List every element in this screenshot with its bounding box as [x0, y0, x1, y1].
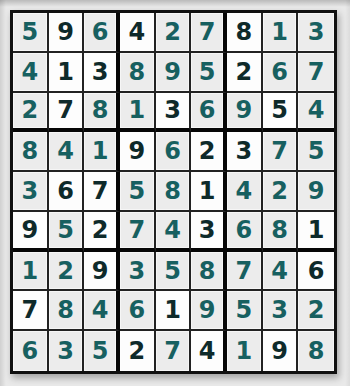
sudoku-cell-r2c7[interactable]: 2: [227, 53, 263, 93]
sudoku-cell-r1c2[interactable]: 9: [49, 13, 85, 53]
sudoku-cell-r2c3[interactable]: 3: [84, 53, 120, 93]
sudoku-cell-r2c1[interactable]: 4: [13, 53, 49, 93]
sudoku-cell-r8c8[interactable]: 3: [263, 291, 299, 331]
sudoku-cell-r6c3[interactable]: 2: [84, 212, 120, 252]
sudoku-cell-r9c5[interactable]: 7: [156, 331, 192, 371]
sudoku-cell-r6c9[interactable]: 1: [298, 212, 334, 252]
sudoku-cell-r8c1[interactable]: 7: [13, 291, 49, 331]
sudoku-cell-r3c7[interactable]: 9: [227, 93, 263, 133]
sudoku-cell-r3c1[interactable]: 2: [13, 93, 49, 133]
sudoku-cell-r9c8[interactable]: 9: [263, 331, 299, 371]
sudoku-cell-r4c8[interactable]: 7: [263, 132, 299, 172]
sudoku-cell-r9c3[interactable]: 5: [84, 331, 120, 371]
sudoku-cell-r6c8[interactable]: 8: [263, 212, 299, 252]
sudoku-cell-r5c1[interactable]: 3: [13, 172, 49, 212]
sudoku-cell-r2c9[interactable]: 7: [298, 53, 334, 93]
sudoku-cell-r6c6[interactable]: 3: [191, 212, 227, 252]
sudoku-cell-r7c7[interactable]: 7: [227, 252, 263, 292]
sudoku-board: 5964278134138952672781369548419623753675…: [10, 10, 337, 374]
sudoku-cell-r7c1[interactable]: 1: [13, 252, 49, 292]
sudoku-cell-r4c9[interactable]: 5: [298, 132, 334, 172]
sudoku-cell-r9c4[interactable]: 2: [120, 331, 156, 371]
sudoku-cell-r1c3[interactable]: 6: [84, 13, 120, 53]
sudoku-cell-r4c7[interactable]: 3: [227, 132, 263, 172]
sudoku-cell-r3c6[interactable]: 6: [191, 93, 227, 133]
sudoku-cell-r6c5[interactable]: 4: [156, 212, 192, 252]
sudoku-cell-r9c9[interactable]: 8: [298, 331, 334, 371]
sudoku-cell-r8c3[interactable]: 4: [84, 291, 120, 331]
sudoku-cell-r9c6[interactable]: 4: [191, 331, 227, 371]
sudoku-cell-r3c3[interactable]: 8: [84, 93, 120, 133]
sudoku-cell-r5c6[interactable]: 1: [191, 172, 227, 212]
sudoku-cell-r2c8[interactable]: 6: [263, 53, 299, 93]
sudoku-cell-r5c2[interactable]: 6: [49, 172, 85, 212]
sudoku-cell-r5c5[interactable]: 8: [156, 172, 192, 212]
sudoku-cell-r3c8[interactable]: 5: [263, 93, 299, 133]
sudoku-cell-r8c9[interactable]: 2: [298, 291, 334, 331]
sudoku-cell-r2c6[interactable]: 5: [191, 53, 227, 93]
sudoku-cell-r2c4[interactable]: 8: [120, 53, 156, 93]
sudoku-cell-r8c2[interactable]: 8: [49, 291, 85, 331]
sudoku-cell-r6c2[interactable]: 5: [49, 212, 85, 252]
sudoku-cell-r4c4[interactable]: 9: [120, 132, 156, 172]
sudoku-cell-r9c7[interactable]: 1: [227, 331, 263, 371]
sudoku-cell-r7c3[interactable]: 9: [84, 252, 120, 292]
sudoku-cell-r6c4[interactable]: 7: [120, 212, 156, 252]
sudoku-cell-r3c5[interactable]: 3: [156, 93, 192, 133]
sudoku-cell-r1c6[interactable]: 7: [191, 13, 227, 53]
sudoku-cell-r6c1[interactable]: 9: [13, 212, 49, 252]
sudoku-cell-r6c7[interactable]: 6: [227, 212, 263, 252]
sudoku-cell-r1c1[interactable]: 5: [13, 13, 49, 53]
sudoku-cell-r3c9[interactable]: 4: [298, 93, 334, 133]
sudoku-cell-r5c7[interactable]: 4: [227, 172, 263, 212]
sudoku-cell-r4c5[interactable]: 6: [156, 132, 192, 172]
sudoku-cell-r7c2[interactable]: 2: [49, 252, 85, 292]
sudoku-cell-r2c5[interactable]: 9: [156, 53, 192, 93]
sudoku-cell-r3c4[interactable]: 1: [120, 93, 156, 133]
sudoku-cell-r4c3[interactable]: 1: [84, 132, 120, 172]
sudoku-cell-r7c6[interactable]: 8: [191, 252, 227, 292]
sudoku-cell-r8c6[interactable]: 9: [191, 291, 227, 331]
sudoku-cell-r8c4[interactable]: 6: [120, 291, 156, 331]
sudoku-cell-r4c2[interactable]: 4: [49, 132, 85, 172]
sudoku-cell-r4c1[interactable]: 8: [13, 132, 49, 172]
sudoku-cell-r1c5[interactable]: 2: [156, 13, 192, 53]
sudoku-cell-r7c5[interactable]: 5: [156, 252, 192, 292]
sudoku-cell-r7c4[interactable]: 3: [120, 252, 156, 292]
sudoku-cell-r1c7[interactable]: 8: [227, 13, 263, 53]
sudoku-cell-r8c5[interactable]: 1: [156, 291, 192, 331]
sudoku-cell-r2c2[interactable]: 1: [49, 53, 85, 93]
sudoku-cell-r8c7[interactable]: 5: [227, 291, 263, 331]
sudoku-cell-r7c9[interactable]: 6: [298, 252, 334, 292]
sudoku-cell-r7c8[interactable]: 4: [263, 252, 299, 292]
sudoku-cell-r9c2[interactable]: 3: [49, 331, 85, 371]
sudoku-cell-r5c9[interactable]: 9: [298, 172, 334, 212]
sudoku-cell-r5c8[interactable]: 2: [263, 172, 299, 212]
sudoku-cell-r5c4[interactable]: 5: [120, 172, 156, 212]
sudoku-cell-r3c2[interactable]: 7: [49, 93, 85, 133]
sudoku-cell-r1c9[interactable]: 3: [298, 13, 334, 53]
sudoku-cell-r9c1[interactable]: 6: [13, 331, 49, 371]
sudoku-cell-r1c8[interactable]: 1: [263, 13, 299, 53]
sudoku-cell-r1c4[interactable]: 4: [120, 13, 156, 53]
sudoku-cell-r4c6[interactable]: 2: [191, 132, 227, 172]
page-background: { "game": "sudoku", "position": { "solut…: [0, 0, 350, 386]
sudoku-cell-r5c3[interactable]: 7: [84, 172, 120, 212]
